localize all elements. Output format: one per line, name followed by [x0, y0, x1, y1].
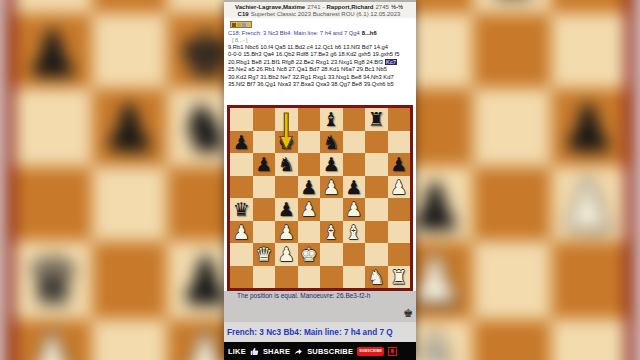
square-e3[interactable]: ♝ [320, 221, 343, 244]
game-result: ½-½ [391, 4, 403, 10]
white-bishop-piece: ♝ [343, 221, 366, 244]
move-line-4[interactable]: 25.Ne2 a5 26.Rb1 Nc8 27.Qa1 Bd7 28.Kd1 N… [228, 66, 416, 73]
black-pawn-piece: ♟ [388, 153, 411, 176]
square-a3: ♟ [14, 318, 91, 360]
players-separator: - [323, 4, 325, 10]
move-line-3-text: 20.Rbg1 Be8 21.Bf1 Rfg8 22.Be2 Rxg1 23.N… [228, 59, 383, 65]
square-g8: ♜ [473, 0, 550, 12]
square-d4[interactable]: ♟ [298, 198, 321, 221]
square-a7[interactable]: ♟ [230, 131, 253, 154]
square-d7[interactable] [298, 131, 321, 154]
thumbs-up-icon[interactable] [250, 347, 259, 356]
current-move-highlight[interactable]: Kc7 [385, 59, 397, 65]
square-b5[interactable] [253, 176, 276, 199]
move-line-6[interactable]: 35.Nf2 Bf7 36.Qg1 Nxa3 37.Bxa3 Qxa3 38.Q… [228, 81, 416, 88]
square-b8[interactable] [253, 108, 276, 131]
notification-bell-icon[interactable] [388, 347, 397, 356]
white-pawn-piece: ♟ [298, 198, 321, 221]
square-a2[interactable] [230, 243, 253, 266]
black-queen-piece: ♛ [14, 241, 91, 318]
move-line-5[interactable]: 30.Kd2 Rg7 31.Bb2 Ne7 32.Rg1 Rxg1 33.Nxg… [228, 74, 416, 81]
square-g6[interactable] [365, 153, 388, 176]
square-g2[interactable] [365, 243, 388, 266]
opening-classification[interactable]: C18: French: 3 Nc3 Bb4: Main line: 7 h4 … [228, 30, 416, 37]
black-player-name: Rapport,Richard [327, 4, 374, 10]
square-a4[interactable]: ♛ [230, 198, 253, 221]
share-arrow-icon[interactable] [294, 347, 303, 356]
medal-mark-icon [237, 23, 241, 27]
square-c2[interactable]: ♟ [275, 243, 298, 266]
move-line-1[interactable]: 9.Rb1 Nbc6 10.f4 Qa5 11.Bd2 c4 12.Qc1 b6… [228, 44, 416, 51]
square-a8 [14, 0, 91, 12]
square-b6: ♟ [90, 88, 167, 165]
black-queen-piece: ♛ [230, 198, 253, 221]
black-knight-piece: ♞ [320, 131, 343, 154]
square-b3[interactable] [253, 221, 276, 244]
white-player-elo: 2741 [307, 4, 320, 10]
medal-mark-icon [242, 23, 246, 27]
square-g8[interactable]: ♜ [365, 108, 388, 131]
white-pawn-piece: ♟ [14, 318, 91, 360]
square-a6 [14, 88, 91, 165]
square-d6[interactable] [298, 153, 321, 176]
action-bar: LIKE SHARE SUBSCRIBE SUBSCRIBE [224, 342, 416, 360]
black-pawn-piece: ♟ [298, 176, 321, 199]
square-b4[interactable] [253, 198, 276, 221]
square-c5[interactable] [275, 176, 298, 199]
square-h5: ♟ [550, 165, 627, 242]
move-line-2[interactable]: 0-0-0 15.Bh3 Qa4 16.Qb2 Rdf8 17.Be3 g6 1… [228, 51, 416, 58]
white-pawn-piece: ♟ [388, 176, 411, 199]
square-a6[interactable] [230, 153, 253, 176]
caption-band: French: 3 Nc3 Bb4: Main line: 7 h4 and 7… [224, 322, 416, 342]
square-e6[interactable]: ♟ [320, 153, 343, 176]
black-pawn-piece: ♟ [14, 12, 91, 89]
square-f3[interactable]: ♝ [343, 221, 366, 244]
square-g4 [473, 241, 550, 318]
square-e4[interactable] [320, 198, 343, 221]
square-f5[interactable]: ♟ [343, 176, 366, 199]
square-h8[interactable] [388, 108, 411, 131]
square-g1[interactable]: ♞ [365, 266, 388, 289]
square-c6[interactable]: ♞ [275, 153, 298, 176]
opening-bold-move: 8...h6 [362, 30, 377, 36]
square-c4[interactable]: ♟ [275, 198, 298, 221]
game-header: Vachier-Lagrave,Maxime2741-Rapport,Richa… [224, 2, 416, 18]
black-pawn-piece: ♟ [90, 88, 167, 165]
black-rook-piece: ♜ [473, 0, 550, 12]
square-h3[interactable] [388, 221, 411, 244]
square-e5[interactable]: ♟ [320, 176, 343, 199]
annotation-text: The position is equal. Manoeuvre: 26.Be3… [224, 291, 416, 299]
black-pawn-piece: ♟ [253, 153, 276, 176]
square-b4 [90, 241, 167, 318]
black-knight-piece: ♞ [275, 153, 298, 176]
square-b3 [90, 318, 167, 360]
black-pawn-piece: ♟ [275, 198, 298, 221]
chess-board-frame: ♝♜♟♚♞♟♞♟♟♟♟♟♟♛♟♟♟♟♟♝♝♛♟♚♞♜ [227, 105, 413, 291]
square-e8[interactable]: ♝ [320, 108, 343, 131]
square-h5[interactable]: ♟ [388, 176, 411, 199]
square-g3 [473, 318, 550, 360]
move-line-3[interactable]: 20.Rbg1 Be8 21.Bf1 Rfg8 22.Be2 Rxg1 23.N… [228, 59, 416, 66]
square-a8[interactable] [230, 108, 253, 131]
variation-bracket: [ 8...- ] [232, 37, 416, 44]
white-player-name: Vachier-Lagrave,Maxime [235, 4, 305, 10]
square-b8 [90, 0, 167, 12]
square-h4[interactable] [388, 198, 411, 221]
square-g4[interactable] [365, 198, 388, 221]
square-a5 [14, 165, 91, 242]
square-a7: ♟ [14, 12, 91, 89]
square-f8[interactable] [343, 108, 366, 131]
players-line: Vachier-Lagrave,Maxime2741-Rapport,Richa… [224, 4, 416, 11]
black-player-elo: 2745 [376, 4, 389, 10]
medal-strip-icon [230, 21, 252, 28]
square-h6[interactable]: ♟ [388, 153, 411, 176]
like-button[interactable]: LIKE [228, 347, 246, 356]
screenshot-stage: Vachier-Lagrave,Maxime2741-Rapport,Richa… [0, 0, 640, 360]
white-pawn-piece: ♟ [275, 221, 298, 244]
square-h7 [550, 12, 627, 89]
square-d8[interactable] [298, 108, 321, 131]
black-rook-piece: ♜ [365, 108, 388, 131]
white-pawn-piece: ♟ [230, 221, 253, 244]
square-d2[interactable]: ♚ [298, 243, 321, 266]
square-h7[interactable] [388, 131, 411, 154]
caption-text: French: 3 Nc3 Bb4: Main line: 7 h4 and 7… [224, 328, 393, 337]
square-h4 [550, 241, 627, 318]
square-f1[interactable] [343, 266, 366, 289]
square-h3 [550, 318, 627, 360]
square-a3[interactable]: ♟ [230, 221, 253, 244]
chess-board: ♝♜♟♚♞♟♞♟♟♟♟♟♟♛♟♟♟♟♟♝♝♛♟♚♞♜ [230, 108, 410, 288]
square-f4[interactable]: ♟ [343, 198, 366, 221]
black-pawn-piece: ♟ [320, 153, 343, 176]
medal-mark-icon [232, 23, 236, 27]
square-a5[interactable] [230, 176, 253, 199]
square-e7[interactable]: ♞ [320, 131, 343, 154]
square-f7[interactable] [343, 131, 366, 154]
eco-code: C19 [238, 11, 249, 17]
square-h6: ♟ [550, 88, 627, 165]
square-b1[interactable] [253, 266, 276, 289]
square-h8 [550, 0, 627, 12]
square-b5 [90, 165, 167, 242]
square-e2[interactable] [320, 243, 343, 266]
square-g7[interactable] [365, 131, 388, 154]
square-c8[interactable] [275, 108, 298, 131]
square-g5[interactable] [365, 176, 388, 199]
white-pawn-piece: ♟ [320, 176, 343, 199]
black-pawn-piece: ♟ [550, 88, 627, 165]
event-line: C19Superbet Classic 2023 Bucharest ROU (… [224, 11, 416, 18]
subscribe-button-label: SUBSCRIBE [359, 349, 382, 353]
share-button[interactable]: SHARE [263, 347, 290, 356]
square-a1[interactable] [230, 266, 253, 289]
white-bishop-piece: ♝ [320, 221, 343, 244]
white-pawn-piece: ♟ [343, 198, 366, 221]
annotation-band: The position is equal. Manoeuvre: 26.Be3… [224, 291, 416, 322]
video-column: Vachier-Lagrave,Maxime2741-Rapport,Richa… [224, 0, 416, 360]
crown-icon: ♚ [403, 308, 413, 319]
square-b7 [90, 12, 167, 89]
black-king-piece: ♚ [275, 131, 298, 154]
square-e1[interactable] [320, 266, 343, 289]
square-h2[interactable] [388, 243, 411, 266]
black-bishop-piece: ♝ [320, 108, 343, 131]
square-d1[interactable] [298, 266, 321, 289]
square-a4: ♛ [14, 241, 91, 318]
white-queen-piece: ♛ [253, 243, 276, 266]
white-king-piece: ♚ [298, 243, 321, 266]
square-g5 [473, 165, 550, 242]
square-g3[interactable] [365, 221, 388, 244]
black-pawn-piece: ♟ [230, 131, 253, 154]
bell-glyph-icon [390, 348, 395, 354]
event-details: Superbet Classic 2023 Bucharest ROU (6.1… [251, 11, 401, 17]
white-pawn-piece: ♟ [550, 165, 627, 242]
square-c7[interactable]: ♚ [275, 131, 298, 154]
square-c1[interactable] [275, 266, 298, 289]
opening-name: C18: French: 3 Nc3 Bb4: Main line: 7 h4 … [228, 30, 360, 36]
square-g6 [473, 88, 550, 165]
square-f6[interactable] [343, 153, 366, 176]
square-c3[interactable]: ♟ [275, 221, 298, 244]
square-b7[interactable] [253, 131, 276, 154]
square-d3[interactable] [298, 221, 321, 244]
square-b6[interactable]: ♟ [253, 153, 276, 176]
subscribe-label: SUBSCRIBE [307, 347, 353, 356]
square-h1[interactable]: ♜ [388, 266, 411, 289]
white-rook-piece: ♜ [388, 266, 411, 289]
white-pawn-piece: ♟ [275, 243, 298, 266]
square-f2[interactable] [343, 243, 366, 266]
square-d5[interactable]: ♟ [298, 176, 321, 199]
white-knight-piece: ♞ [365, 266, 388, 289]
square-g7 [473, 12, 550, 89]
square-b2[interactable]: ♛ [253, 243, 276, 266]
subscribe-button[interactable]: SUBSCRIBE [357, 347, 384, 356]
black-pawn-piece: ♟ [343, 176, 366, 199]
